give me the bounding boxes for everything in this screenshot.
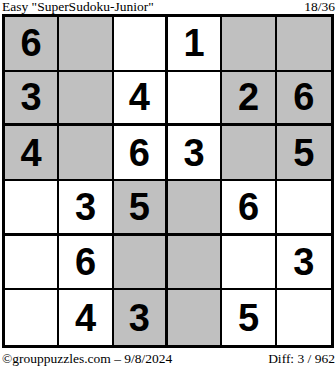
cell-r6c2: 4	[59, 290, 113, 345]
cell-r6c6[interactable]	[277, 290, 331, 345]
cell-r5c5[interactable]	[222, 236, 276, 291]
cell-r4c5: 6	[222, 181, 276, 236]
cell-r5c3[interactable]	[114, 236, 168, 291]
cell-r2c6: 6	[277, 72, 331, 127]
cell-r2c5: 2	[222, 72, 276, 127]
sudoku-board-grid: 613426463535663435	[2, 14, 334, 348]
cell-r1c1: 6	[5, 17, 59, 72]
cell-r1c4: 1	[168, 17, 222, 72]
cell-r3c2[interactable]	[59, 126, 113, 181]
cell-r3c3: 6	[114, 126, 168, 181]
cell-r1c2[interactable]	[59, 17, 113, 72]
cell-r4c2: 3	[59, 181, 113, 236]
cell-r3c1: 4	[5, 126, 59, 181]
cell-r5c1[interactable]	[5, 236, 59, 291]
cell-r3c6: 5	[277, 126, 331, 181]
cell-r6c3: 3	[114, 290, 168, 345]
puzzle-title: Easy "SuperSudoku-Junior"	[2, 0, 154, 14]
header: Easy "SuperSudoku-Junior" 18/36	[2, 0, 335, 14]
cell-r1c3[interactable]	[114, 17, 168, 72]
givens-count: 18/36	[304, 0, 335, 14]
cell-r5c6: 3	[277, 236, 331, 291]
cell-r4c3: 5	[114, 181, 168, 236]
cell-r5c2: 6	[59, 236, 113, 291]
cell-r2c1: 3	[5, 72, 59, 127]
cell-r6c1[interactable]	[5, 290, 59, 345]
difficulty-text: Diff: 3 / 962	[268, 351, 335, 367]
cell-r2c2[interactable]	[59, 72, 113, 127]
cell-r6c5: 5	[222, 290, 276, 345]
copyright-text: ©grouppuzzles.com – 9/8/2024	[2, 351, 172, 367]
cell-r3c5[interactable]	[222, 126, 276, 181]
cell-r4c6[interactable]	[277, 181, 331, 236]
cell-r3c4: 3	[168, 126, 222, 181]
cell-r2c3: 4	[114, 72, 168, 127]
cell-r1c6[interactable]	[277, 17, 331, 72]
cell-r5c4[interactable]	[168, 236, 222, 291]
puzzle-page: Easy "SuperSudoku-Junior" 18/36 61342646…	[0, 0, 336, 370]
cell-r2c4[interactable]	[168, 72, 222, 127]
cell-r1c5[interactable]	[222, 17, 276, 72]
cell-r4c4[interactable]	[168, 181, 222, 236]
cell-r4c1[interactable]	[5, 181, 59, 236]
cell-r6c4[interactable]	[168, 290, 222, 345]
footer: ©grouppuzzles.com – 9/8/2024 Diff: 3 / 9…	[2, 351, 335, 369]
